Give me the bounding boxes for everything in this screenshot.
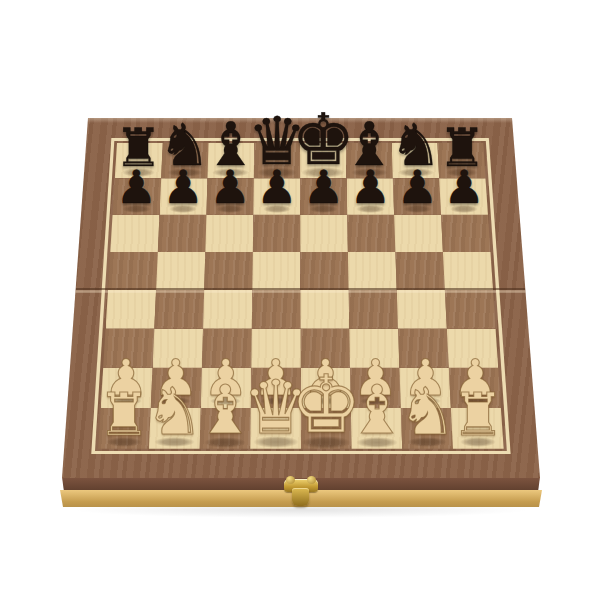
square-h4[interactable]: [445, 290, 496, 329]
fold-seam-line: [76, 288, 526, 291]
square-a6[interactable]: [110, 215, 159, 252]
piece-black-pawn-h7[interactable]: ♟: [441, 164, 487, 210]
latch-hook: [292, 488, 309, 506]
square-b4[interactable]: [154, 290, 204, 329]
square-c4[interactable]: [203, 290, 252, 329]
square-b5[interactable]: [156, 252, 205, 290]
square-c6[interactable]: [205, 215, 253, 252]
piece-black-pawn-f7[interactable]: ♟: [347, 164, 393, 210]
square-d6[interactable]: [253, 215, 301, 252]
piece-black-pawn-c7[interactable]: ♟: [207, 164, 253, 210]
piece-black-pawn-d7[interactable]: ♟: [254, 164, 300, 210]
square-a5[interactable]: [108, 252, 158, 290]
square-h5[interactable]: [443, 252, 493, 290]
square-d5[interactable]: [252, 252, 300, 290]
piece-black-pawn-g7[interactable]: ♟: [394, 164, 440, 210]
photo-stage: ♜♞♝♛♚♝♞♜♟♟♟♟♟♟♟♟♟♟♟♟♟♟♟♟♜♞♝♛♚♝♞♜: [0, 0, 600, 600]
square-a4[interactable]: [106, 290, 156, 329]
square-f4[interactable]: [349, 290, 398, 329]
square-h6[interactable]: [441, 215, 490, 252]
piece-black-pawn-e7[interactable]: ♟: [301, 164, 347, 210]
piece-white-rook-h1[interactable]: ♜: [448, 385, 507, 444]
square-c5[interactable]: [204, 252, 253, 290]
square-g6[interactable]: [394, 215, 443, 252]
square-g4[interactable]: [397, 290, 447, 329]
piece-black-pawn-a7[interactable]: ♟: [113, 164, 159, 210]
square-f5[interactable]: [348, 252, 397, 290]
square-e4[interactable]: [300, 290, 349, 329]
fold-seam-highlight: [75, 290, 525, 293]
square-d4[interactable]: [252, 290, 301, 329]
square-f6[interactable]: [347, 215, 395, 252]
square-b6[interactable]: [158, 215, 207, 252]
brass-latch-icon: [281, 478, 321, 510]
square-e5[interactable]: [300, 252, 348, 290]
piece-black-pawn-b7[interactable]: ♟: [160, 164, 206, 210]
square-g5[interactable]: [395, 252, 444, 290]
square-e6[interactable]: [300, 215, 348, 252]
